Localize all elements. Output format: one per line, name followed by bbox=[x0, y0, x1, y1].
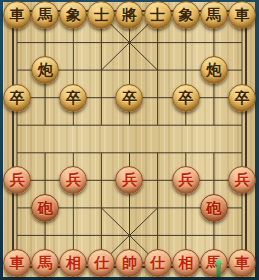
board-point[interactable]: 馬 bbox=[200, 249, 228, 277]
xiangqi-app-window: 車馬象士將士象馬車炮炮卒卒卒卒卒兵兵兵兵兵砲砲車馬相仕帥仕相馬車 bbox=[0, 0, 259, 280]
board-point[interactable]: 將 bbox=[115, 1, 143, 29]
black-cannon[interactable]: 炮 bbox=[31, 56, 59, 84]
board-point[interactable] bbox=[87, 29, 115, 56]
black-soldier[interactable]: 卒 bbox=[115, 84, 143, 112]
board-point[interactable]: 兵 bbox=[59, 166, 87, 194]
red-elephant[interactable]: 相 bbox=[172, 249, 200, 277]
board-point[interactable]: 車 bbox=[3, 249, 31, 277]
board-point[interactable]: 象 bbox=[59, 1, 87, 29]
board-point[interactable]: 卒 bbox=[115, 84, 143, 112]
board-point[interactable] bbox=[115, 112, 143, 139]
board-point[interactable] bbox=[200, 84, 228, 112]
board-point[interactable] bbox=[200, 139, 228, 166]
board-point[interactable]: 相 bbox=[59, 249, 87, 277]
board-point[interactable]: 炮 bbox=[31, 56, 59, 84]
red-soldier[interactable]: 兵 bbox=[3, 166, 31, 194]
red-soldier[interactable]: 兵 bbox=[172, 166, 200, 194]
board-point[interactable] bbox=[87, 222, 115, 249]
red-cannon[interactable]: 砲 bbox=[200, 194, 228, 222]
board-point[interactable] bbox=[59, 112, 87, 139]
board-point[interactable] bbox=[3, 194, 31, 222]
board-point[interactable] bbox=[59, 139, 87, 166]
board-point[interactable] bbox=[144, 222, 172, 249]
board-point[interactable] bbox=[200, 29, 228, 56]
red-chariot[interactable]: 車 bbox=[228, 249, 256, 277]
board-point[interactable] bbox=[31, 29, 59, 56]
board-point[interactable] bbox=[144, 166, 172, 194]
board-point[interactable] bbox=[172, 194, 200, 222]
black-horse[interactable]: 馬 bbox=[200, 1, 228, 29]
black-advisor[interactable]: 士 bbox=[144, 1, 172, 29]
board-point[interactable] bbox=[172, 56, 200, 84]
board-point[interactable]: 相 bbox=[172, 249, 200, 277]
board-point[interactable] bbox=[144, 139, 172, 166]
board-point[interactable] bbox=[87, 112, 115, 139]
board-point[interactable]: 仕 bbox=[144, 249, 172, 277]
board-point[interactable] bbox=[3, 112, 31, 139]
black-general[interactable]: 將 bbox=[115, 1, 143, 29]
board-point[interactable]: 士 bbox=[144, 1, 172, 29]
red-soldier[interactable]: 兵 bbox=[59, 166, 87, 194]
board-point[interactable] bbox=[3, 139, 31, 166]
black-advisor[interactable]: 士 bbox=[87, 1, 115, 29]
red-soldier[interactable]: 兵 bbox=[228, 166, 256, 194]
black-chariot[interactable]: 車 bbox=[3, 1, 31, 29]
board-point[interactable]: 馬 bbox=[31, 1, 59, 29]
red-cannon[interactable]: 砲 bbox=[31, 194, 59, 222]
board-point[interactable] bbox=[144, 194, 172, 222]
board-point[interactable] bbox=[228, 112, 256, 139]
board-point[interactable]: 兵 bbox=[3, 166, 31, 194]
board-point[interactable] bbox=[144, 29, 172, 56]
board-point[interactable] bbox=[228, 222, 256, 249]
board-point[interactable] bbox=[31, 166, 59, 194]
board-point[interactable] bbox=[228, 194, 256, 222]
board-point[interactable]: 卒 bbox=[3, 84, 31, 112]
board-point[interactable]: 帥 bbox=[115, 249, 143, 277]
board-point[interactable] bbox=[228, 29, 256, 56]
board-point[interactable] bbox=[3, 222, 31, 249]
board-point[interactable] bbox=[172, 139, 200, 166]
board-point[interactable] bbox=[200, 166, 228, 194]
board-point[interactable] bbox=[31, 139, 59, 166]
board-point[interactable] bbox=[87, 84, 115, 112]
board-point[interactable]: 車 bbox=[228, 1, 256, 29]
board-point[interactable]: 馬 bbox=[31, 249, 59, 277]
black-elephant[interactable]: 象 bbox=[172, 1, 200, 29]
board-point[interactable]: 卒 bbox=[228, 84, 256, 112]
board-point[interactable]: 砲 bbox=[200, 194, 228, 222]
board-point[interactable]: 兵 bbox=[172, 166, 200, 194]
red-advisor[interactable]: 仕 bbox=[87, 249, 115, 277]
board-point[interactable] bbox=[87, 166, 115, 194]
board-point[interactable]: 仕 bbox=[87, 249, 115, 277]
black-soldier[interactable]: 卒 bbox=[228, 84, 256, 112]
red-chariot[interactable]: 車 bbox=[3, 249, 31, 277]
red-horse[interactable]: 馬 bbox=[200, 249, 228, 277]
board-point[interactable]: 卒 bbox=[59, 84, 87, 112]
board-point[interactable]: 卒 bbox=[172, 84, 200, 112]
board-point[interactable]: 兵 bbox=[115, 166, 143, 194]
board-point[interactable] bbox=[31, 84, 59, 112]
red-horse[interactable]: 馬 bbox=[31, 249, 59, 277]
board-point[interactable] bbox=[144, 84, 172, 112]
board-point[interactable] bbox=[200, 222, 228, 249]
board-point[interactable] bbox=[31, 222, 59, 249]
black-elephant[interactable]: 象 bbox=[59, 1, 87, 29]
board-point[interactable] bbox=[115, 29, 143, 56]
board-point[interactable]: 炮 bbox=[200, 56, 228, 84]
board-point[interactable] bbox=[172, 29, 200, 56]
board-point[interactable]: 士 bbox=[87, 1, 115, 29]
board-point[interactable] bbox=[31, 112, 59, 139]
board-point[interactable]: 砲 bbox=[31, 194, 59, 222]
board-point[interactable] bbox=[3, 29, 31, 56]
black-cannon[interactable]: 炮 bbox=[200, 56, 228, 84]
black-soldier[interactable]: 卒 bbox=[172, 84, 200, 112]
red-soldier[interactable]: 兵 bbox=[115, 166, 143, 194]
board-point[interactable] bbox=[59, 194, 87, 222]
board-point[interactable] bbox=[3, 56, 31, 84]
board-point[interactable]: 象 bbox=[172, 1, 200, 29]
board-point[interactable] bbox=[115, 222, 143, 249]
board-point[interactable] bbox=[115, 139, 143, 166]
board-point[interactable] bbox=[115, 194, 143, 222]
xiangqi-board[interactable]: 車馬象士將士象馬車炮炮卒卒卒卒卒兵兵兵兵兵砲砲車馬相仕帥仕相馬車 bbox=[3, 1, 256, 277]
red-advisor[interactable]: 仕 bbox=[144, 249, 172, 277]
board-point[interactable] bbox=[115, 56, 143, 84]
black-horse[interactable]: 馬 bbox=[31, 1, 59, 29]
board-point[interactable] bbox=[59, 56, 87, 84]
board-point[interactable] bbox=[87, 56, 115, 84]
board-point[interactable] bbox=[87, 139, 115, 166]
board-point[interactable]: 車 bbox=[3, 1, 31, 29]
board-point[interactable]: 馬 bbox=[200, 1, 228, 29]
board-point[interactable] bbox=[200, 112, 228, 139]
red-elephant[interactable]: 相 bbox=[59, 249, 87, 277]
board-point[interactable] bbox=[59, 222, 87, 249]
board-point[interactable] bbox=[59, 29, 87, 56]
board-point[interactable] bbox=[172, 222, 200, 249]
black-soldier[interactable]: 卒 bbox=[3, 84, 31, 112]
board-point[interactable] bbox=[144, 112, 172, 139]
board-point[interactable] bbox=[228, 56, 256, 84]
board-point[interactable] bbox=[144, 56, 172, 84]
board-point[interactable]: 車 bbox=[228, 249, 256, 277]
board-point[interactable]: 兵 bbox=[228, 166, 256, 194]
red-general[interactable]: 帥 bbox=[115, 249, 143, 277]
board-point[interactable] bbox=[172, 112, 200, 139]
black-chariot[interactable]: 車 bbox=[228, 1, 256, 29]
board-point[interactable] bbox=[87, 194, 115, 222]
board-point[interactable] bbox=[228, 139, 256, 166]
black-soldier[interactable]: 卒 bbox=[59, 84, 87, 112]
